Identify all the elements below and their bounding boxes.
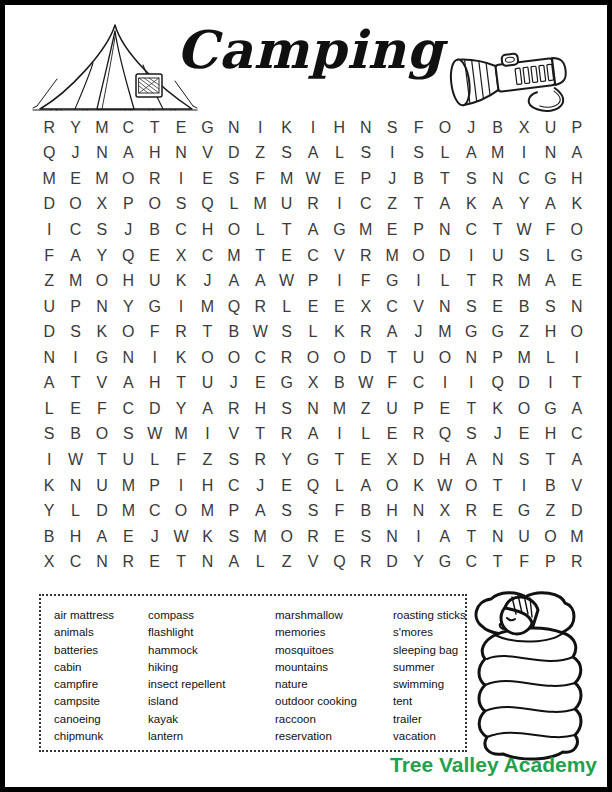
grid-cell-r8c16: N [432,294,458,320]
grid-cell-r13c11: A [300,422,326,448]
grid-cell-r6c17: I [458,243,484,269]
grid-cell-r15c12: L [326,473,352,499]
grid-cell-r11c10: G [273,371,299,397]
grid-cell-r8c3: N [89,294,115,320]
grid-cell-r9c9: W [247,319,273,345]
grid-cell-r9c6: R [168,319,194,345]
grid-cell-r12c12: M [326,396,352,422]
grid-cell-r10c18: P [484,345,510,371]
grid-cell-r2c11: A [300,141,326,167]
word-list-item: compass [148,607,275,624]
grid-cell-r9c3: K [89,319,115,345]
grid-cell-r17c18: N [484,524,510,550]
grid-cell-r8c20: S [537,294,563,320]
grid-cell-r5c16: N [432,217,458,243]
grid-cell-r11c7: U [194,371,220,397]
grid-cell-r10c14: T [379,345,405,371]
grid-cell-r9c11: L [300,319,326,345]
grid-cell-r18c4: R [115,549,141,575]
word-list-item: batteries [54,642,148,659]
grid-cell-r7c10: W [273,268,299,294]
grid-cell-r2c7: V [194,141,220,167]
word-list-item: campsite [54,693,148,710]
grid-cell-r17c15: I [405,524,431,550]
grid-cell-r16c17: R [458,498,484,524]
grid-cell-r8c7: M [194,294,220,320]
grid-cell-r16c15: N [405,498,431,524]
grid-cell-r5c18: T [484,217,510,243]
grid-cell-r5c15: P [405,217,431,243]
grid-cell-r13c18: J [484,422,510,448]
word-list-item: campfire [54,676,148,693]
grid-cell-r5c19: W [511,217,537,243]
grid-cell-r1c16: O [432,115,458,141]
grid-cell-r2c12: L [326,141,352,167]
grid-cell-r6c5: E [142,243,168,269]
grid-cell-r13c8: V [221,422,247,448]
grid-cell-r11c16: I [432,371,458,397]
grid-cell-r11c15: C [405,371,431,397]
grid-cell-r4c5: O [142,192,168,218]
grid-cell-r4c13: C [353,192,379,218]
grid-cell-r2c19: I [511,141,537,167]
grid-cell-r16c14: H [379,498,405,524]
grid-cell-r6c2: A [62,243,88,269]
grid-cell-r15c1: K [36,473,62,499]
word-list-item: mountains [275,659,393,676]
grid-cell-r9c20: H [537,319,563,345]
grid-cell-r11c14: F [379,371,405,397]
grid-cell-r17c19: U [511,524,537,550]
grid-cell-r11c18: Q [484,371,510,397]
grid-cell-r9c8: B [221,319,247,345]
word-list-item: outdoor cooking [275,693,393,710]
grid-cell-r8c11: E [300,294,326,320]
grid-cell-r4c6: S [168,192,194,218]
grid-cell-r8c21: N [564,294,590,320]
grid-cell-r6c1: F [36,243,62,269]
grid-cell-r13c21: C [564,422,590,448]
grid-cell-r3c4: O [115,166,141,192]
grid-cell-r5c2: C [62,217,88,243]
grid-cell-r1c8: N [221,115,247,141]
grid-cell-r11c21: T [564,371,590,397]
word-list-item: hiking [148,659,275,676]
grid-cell-r3c15: B [405,166,431,192]
grid-cell-r12c14: U [379,396,405,422]
grid-cell-r14c14: X [379,447,405,473]
grid-cell-r6c11: C [300,243,326,269]
grid-cell-r14c4: U [115,447,141,473]
grid-cell-r5c17: C [458,217,484,243]
grid-cell-r1c19: X [511,115,537,141]
grid-cell-r1c17: J [458,115,484,141]
grid-cell-r10c12: O [326,345,352,371]
grid-cell-r15c20: B [537,473,563,499]
grid-cell-r4c4: P [115,192,141,218]
grid-cell-r8c14: C [379,294,405,320]
word-list-item: island [148,693,275,710]
grid-cell-r5c14: E [379,217,405,243]
grid-cell-r6c12: V [326,243,352,269]
grid-cell-r10c7: O [194,345,220,371]
grid-cell-r2c3: N [89,141,115,167]
grid-cell-r9c5: F [142,319,168,345]
grid-cell-r8c8: Q [221,294,247,320]
grid-cell-r5c5: B [142,217,168,243]
grid-cell-r7c19: M [511,268,537,294]
grid-cell-r7c21: E [564,268,590,294]
grid-cell-r18c20: P [537,549,563,575]
grid-cell-r16c13: B [353,498,379,524]
grid-cell-r8c4: Y [115,294,141,320]
grid-cell-r7c11: P [300,268,326,294]
grid-cell-r5c10: T [273,217,299,243]
grid-cell-r15c2: N [62,473,88,499]
grid-cell-r15c16: W [432,473,458,499]
grid-cell-r5c1: I [36,217,62,243]
grid-cell-r17c4: E [115,524,141,550]
grid-cell-r11c5: H [142,371,168,397]
grid-cell-r10c5: I [142,345,168,371]
grid-cell-r16c16: X [432,498,458,524]
grid-cell-r14c8: S [221,447,247,473]
grid-cell-r2c4: A [115,141,141,167]
grid-cell-r13c13: L [353,422,379,448]
grid-cell-r7c1: Z [36,268,62,294]
grid-cell-r4c21: K [564,192,590,218]
grid-cell-r2c14: I [379,141,405,167]
grid-cell-r18c8: A [221,549,247,575]
grid-cell-r1c11: I [300,115,326,141]
grid-cell-r7c6: K [168,268,194,294]
grid-cell-r6c18: U [484,243,510,269]
grid-cell-r16c21: D [564,498,590,524]
grid-cell-r2c17: A [458,141,484,167]
grid-cell-r8c13: X [353,294,379,320]
grid-cell-r3c19: C [511,166,537,192]
grid-cell-r7c2: M [62,268,88,294]
grid-cell-r4c8: L [221,192,247,218]
grid-cell-r11c13: W [353,371,379,397]
grid-cell-r16c12: F [326,498,352,524]
grid-cell-r12c21: A [564,396,590,422]
grid-cell-r11c17: I [458,371,484,397]
grid-cell-r17c7: K [194,524,220,550]
grid-cell-r4c10: U [273,192,299,218]
grid-cell-r10c2: I [62,345,88,371]
grid-cell-r12c6: Y [168,396,194,422]
grid-cell-r10c15: U [405,345,431,371]
grid-cell-r13c2: B [62,422,88,448]
grid-cell-r2c13: S [353,141,379,167]
grid-cell-r9c15: J [405,319,431,345]
word-list-item: canoeing [54,711,148,728]
grid-cell-r18c12: Q [326,549,352,575]
grid-cell-r12c7: A [194,396,220,422]
grid-cell-r15c5: P [142,473,168,499]
grid-cell-r7c12: I [326,268,352,294]
grid-cell-r9c7: T [194,319,220,345]
grid-cell-r6c4: Q [115,243,141,269]
grid-cell-r15c15: K [405,473,431,499]
word-list-item: hammock [148,642,275,659]
grid-cell-r12c15: P [405,396,431,422]
grid-cell-r16c19: G [511,498,537,524]
grid-cell-r12c5: D [142,396,168,422]
grid-cell-r4c19: Y [511,192,537,218]
sleeping-bag-icon [465,585,587,767]
grid-cell-r11c4: A [115,371,141,397]
word-list-item: kayak [148,711,275,728]
grid-cell-r3c6: I [168,166,194,192]
grid-cell-r16c10: S [273,498,299,524]
grid-cell-r3c21: H [564,166,590,192]
grid-cell-r3c3: M [89,166,115,192]
grid-cell-r4c18: A [484,192,510,218]
grid-cell-r11c2: T [62,371,88,397]
grid-cell-r5c7: H [194,217,220,243]
grid-cell-r16c7: M [194,498,220,524]
grid-cell-r2c15: S [405,141,431,167]
grid-cell-r13c3: O [89,422,115,448]
grid-cell-r14c20: T [537,447,563,473]
grid-cell-r15c6: I [168,473,194,499]
grid-cell-r6c6: X [168,243,194,269]
word-list-item: mosquitoes [275,642,393,659]
grid-cell-r13c20: H [537,422,563,448]
grid-cell-r12c16: E [432,396,458,422]
grid-cell-r9c12: K [326,319,352,345]
grid-cell-r12c10: S [273,396,299,422]
grid-cell-r17c9: M [247,524,273,550]
grid-cell-r3c7: E [194,166,220,192]
grid-cell-r17c13: S [353,524,379,550]
grid-cell-r10c16: O [432,345,458,371]
grid-cell-r3c16: T [432,166,458,192]
grid-cell-r10c8: O [221,345,247,371]
grid-cell-r14c2: W [62,447,88,473]
grid-cell-r13c15: R [405,422,431,448]
grid-cell-r16c9: A [247,498,273,524]
grid-cell-r18c11: V [300,549,326,575]
grid-cell-r18c2: C [62,549,88,575]
grid-cell-r2c2: J [62,141,88,167]
grid-cell-r11c19: D [511,371,537,397]
grid-cell-r12c11: N [300,396,326,422]
grid-cell-r4c17: K [458,192,484,218]
grid-cell-r6c20: L [537,243,563,269]
grid-cell-r2c8: D [221,141,247,167]
grid-cell-r15c18: T [484,473,510,499]
grid-cell-r4c1: D [36,192,62,218]
grid-cell-r13c7: I [194,422,220,448]
word-list-item: animals [54,624,148,641]
word-list-item: insect repellent [148,676,275,693]
word-list-item: air mattress [54,607,148,624]
grid-cell-r12c18: K [484,396,510,422]
grid-cell-r5c3: S [89,217,115,243]
grid-cell-r9c14: A [379,319,405,345]
grid-cell-r14c7: Z [194,447,220,473]
grid-cell-r2c18: M [484,141,510,167]
grid-cell-r1c5: T [142,115,168,141]
grid-cell-r10c13: D [353,345,379,371]
grid-cell-r8c6: I [168,294,194,320]
grid-cell-r3c1: M [36,166,62,192]
grid-cell-r6c3: Y [89,243,115,269]
grid-cell-r10c20: L [537,345,563,371]
grid-cell-r10c19: M [511,345,537,371]
grid-cell-r15c11: Q [300,473,326,499]
grid-cell-r10c4: N [115,345,141,371]
grid-cell-r2c21: A [564,141,590,167]
grid-cell-r6c14: M [379,243,405,269]
grid-cell-r12c13: Z [353,396,379,422]
grid-cell-r6c9: T [247,243,273,269]
grid-cell-r18c13: R [353,549,379,575]
grid-cell-r8c17: S [458,294,484,320]
grid-cell-r4c3: X [89,192,115,218]
grid-cell-r3c13: P [353,166,379,192]
grid-cell-r13c14: E [379,422,405,448]
grid-cell-r6c19: S [511,243,537,269]
word-list-item: chipmunk [54,728,148,745]
grid-cell-r12c8: R [221,396,247,422]
grid-cell-r8c5: G [142,294,168,320]
grid-cell-r6c10: E [273,243,299,269]
grid-cell-r17c5: J [142,524,168,550]
grid-cell-r17c3: A [89,524,115,550]
grid-cell-r14c13: E [353,447,379,473]
grid-cell-r4c16: A [432,192,458,218]
grid-cell-r7c17: T [458,268,484,294]
grid-cell-r8c10: L [273,294,299,320]
grid-cell-r10c11: O [300,345,326,371]
grid-cell-r18c1: X [36,549,62,575]
grid-cell-r11c3: V [89,371,115,397]
grid-cell-r3c8: S [221,166,247,192]
grid-cell-r7c13: F [353,268,379,294]
grid-cell-r8c9: R [247,294,273,320]
grid-cell-r1c14: S [379,115,405,141]
grid-cell-r18c9: L [247,549,273,575]
word-list-item: lantern [148,728,275,745]
grid-cell-r15c17: O [458,473,484,499]
grid-cell-r12c3: F [89,396,115,422]
word-list-box: air mattressanimalsbatteriescabincampfir… [39,594,467,752]
grid-cell-r12c20: G [537,396,563,422]
grid-cell-r10c1: N [36,345,62,371]
grid-cell-r15c13: A [353,473,379,499]
grid-cell-r12c4: C [115,396,141,422]
grid-cell-r7c16: L [432,268,458,294]
grid-cell-r1c15: F [405,115,431,141]
word-list-item: cabin [54,659,148,676]
grid-cell-r17c14: N [379,524,405,550]
grid-cell-r10c10: R [273,345,299,371]
grid-cell-r1c12: H [326,115,352,141]
grid-cell-r4c7: Q [194,192,220,218]
grid-cell-r2c10: S [273,141,299,167]
worksheet-page: Camping RYMCTEGNIKIHNSFOJBXUPQJNAH [0,0,612,792]
grid-cell-r2c16: L [432,141,458,167]
grid-cell-r7c8: A [221,268,247,294]
grid-cell-r16c4: M [115,498,141,524]
grid-cell-r14c19: S [511,447,537,473]
grid-cell-r14c11: G [300,447,326,473]
grid-cell-r7c5: U [142,268,168,294]
page-title: Camping [155,19,465,80]
grid-cell-r17c17: T [458,524,484,550]
grid-cell-r4c14: Z [379,192,405,218]
grid-cell-r15c7: H [194,473,220,499]
grid-cell-r4c9: M [247,192,273,218]
grid-cell-r16c5: C [142,498,168,524]
grid-cell-r5c9: L [247,217,273,243]
grid-cell-r13c4: S [115,422,141,448]
grid-cell-r16c6: O [168,498,194,524]
grid-cell-r14c10: Y [273,447,299,473]
grid-cell-r9c1: D [36,319,62,345]
grid-cell-r2c9: Z [247,141,273,167]
grid-cell-r1c4: C [115,115,141,141]
grid-cell-r9c13: R [353,319,379,345]
grid-cell-r2c6: N [168,141,194,167]
grid-cell-r8c15: V [405,294,431,320]
grid-cell-r13c10: R [273,422,299,448]
grid-cell-r6c8: M [221,243,247,269]
grid-cell-r5c21: O [564,217,590,243]
grid-cell-r12c17: T [458,396,484,422]
grid-cell-r17c6: W [168,524,194,550]
grid-cell-r13c6: M [168,422,194,448]
grid-cell-r13c12: I [326,422,352,448]
grid-cell-r12c9: H [247,396,273,422]
grid-cell-r10c6: K [168,345,194,371]
grid-cell-r1c7: G [194,115,220,141]
word-list-item: reservation [275,728,393,745]
grid-cell-r3c14: J [379,166,405,192]
grid-cell-r7c14: G [379,268,405,294]
grid-cell-r1c9: I [247,115,273,141]
grid-cell-r5c13: M [353,217,379,243]
grid-cell-r17c12: E [326,524,352,550]
grid-cell-r13c5: W [142,422,168,448]
grid-cell-r3c5: R [142,166,168,192]
grid-cell-r6c16: D [432,243,458,269]
grid-cell-r18c3: N [89,549,115,575]
grid-cell-r5c20: F [537,217,563,243]
grid-cell-r14c21: A [564,447,590,473]
grid-cell-r18c7: N [194,549,220,575]
grid-cell-r3c18: N [484,166,510,192]
grid-cell-r17c20: O [537,524,563,550]
grid-cell-r3c12: E [326,166,352,192]
grid-cell-r7c15: I [405,268,431,294]
grid-cell-r8c2: P [62,294,88,320]
grid-cell-r13c17: S [458,422,484,448]
grid-cell-r10c17: N [458,345,484,371]
grid-cell-r9c21: O [564,319,590,345]
grid-cell-r10c21: I [564,345,590,371]
grid-cell-r3c17: S [458,166,484,192]
grid-cell-r18c6: T [168,549,194,575]
grid-cell-r1c13: N [353,115,379,141]
grid-cell-r15c19: I [511,473,537,499]
grid-cell-r11c8: J [221,371,247,397]
grid-cell-r14c18: N [484,447,510,473]
